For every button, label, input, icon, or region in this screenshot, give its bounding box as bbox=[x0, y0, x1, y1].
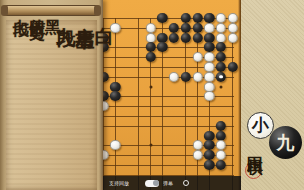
logo-white-stone-icon: 小 bbox=[247, 112, 274, 139]
board-grid-lines bbox=[103, 18, 234, 190]
white-label: 白 bbox=[95, 12, 114, 18]
black-rank: 七段 bbox=[13, 6, 29, 14]
star-point bbox=[220, 85, 223, 88]
logo-circle-char: 小 bbox=[252, 114, 269, 137]
white-stone bbox=[228, 33, 238, 43]
last-move-marker bbox=[219, 75, 223, 79]
star-point bbox=[149, 144, 152, 147]
player-control-bar: 支持回放 弹幕 bbox=[103, 176, 241, 190]
white-player-column: 白 唐韦星 九段 bbox=[57, 12, 114, 25]
replay-label: 支持回放 bbox=[109, 180, 129, 187]
logo-black-stone-icon: 九 bbox=[269, 126, 302, 159]
scroll-paper bbox=[6, 20, 97, 190]
logo-stone-char: 九 bbox=[277, 131, 295, 155]
black-stone bbox=[228, 62, 238, 72]
danmaku-label: 弹幕 bbox=[163, 180, 173, 187]
toggle-knob bbox=[153, 180, 159, 186]
black-name: 佐田笃史 bbox=[29, 6, 45, 14]
white-stone bbox=[228, 13, 238, 23]
black-label: 黑 bbox=[45, 6, 61, 14]
replay-toggle[interactable] bbox=[145, 180, 159, 187]
logo-red-seal-ring bbox=[245, 162, 262, 179]
player-scroll-panel: 白 唐韦星 九段 黑 佐田笃史 七段 bbox=[0, 0, 103, 190]
white-stone bbox=[228, 23, 238, 33]
logo-go-text: 围棋 bbox=[247, 144, 263, 148]
thumbnail-root: { "game": "go", "title": "围棋对局 唐韦星 vs 佐田… bbox=[0, 0, 304, 190]
white-name: 唐韦星 bbox=[76, 12, 95, 18]
channel-logo: 围棋 九 小 bbox=[245, 110, 302, 186]
black-player-column: 黑 佐田笃史 七段 bbox=[13, 6, 61, 21]
go-board[interactable] bbox=[103, 0, 241, 190]
star-point bbox=[149, 85, 152, 88]
danmaku-ring-icon[interactable] bbox=[183, 180, 189, 186]
